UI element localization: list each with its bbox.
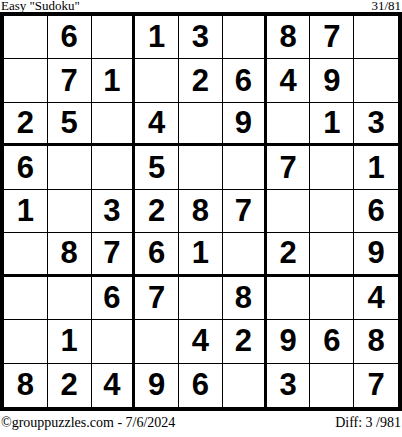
header: Easy "Sudoku" 31/81 bbox=[0, 0, 402, 12]
cell-r4c2[interactable] bbox=[48, 146, 92, 189]
cell-r6c9[interactable]: 9 bbox=[354, 233, 398, 276]
cell-r7c6[interactable]: 8 bbox=[223, 277, 267, 320]
cell-r8c8[interactable]: 6 bbox=[310, 320, 354, 363]
cell-r3c4[interactable]: 4 bbox=[135, 103, 179, 146]
cell-r3c1[interactable]: 2 bbox=[4, 103, 48, 146]
cell-r4c5[interactable] bbox=[179, 146, 223, 189]
cell-r3c7[interactable] bbox=[267, 103, 311, 146]
sudoku-grid: 6138771264925491365711328768761296784142… bbox=[0, 12, 402, 411]
cell-r6c8[interactable] bbox=[310, 233, 354, 276]
cell-r5c2[interactable] bbox=[48, 190, 92, 233]
cell-r2c5[interactable]: 2 bbox=[179, 59, 223, 102]
cell-r8c3[interactable] bbox=[92, 320, 136, 363]
cell-r7c3[interactable]: 6 bbox=[92, 277, 136, 320]
cell-r5c1[interactable]: 1 bbox=[4, 190, 48, 233]
cell-r8c7[interactable]: 9 bbox=[267, 320, 311, 363]
cell-r2c4[interactable] bbox=[135, 59, 179, 102]
cell-r9c4[interactable]: 9 bbox=[135, 364, 179, 407]
cell-r3c8[interactable]: 1 bbox=[310, 103, 354, 146]
cell-r8c9[interactable]: 8 bbox=[354, 320, 398, 363]
cell-r1c5[interactable]: 3 bbox=[179, 16, 223, 59]
cell-r4c9[interactable]: 1 bbox=[354, 146, 398, 189]
cell-r7c2[interactable] bbox=[48, 277, 92, 320]
cell-r8c4[interactable] bbox=[135, 320, 179, 363]
cell-r7c8[interactable] bbox=[310, 277, 354, 320]
cell-r6c2[interactable]: 8 bbox=[48, 233, 92, 276]
cell-r3c9[interactable]: 3 bbox=[354, 103, 398, 146]
copyright-text: ©grouppuzzles.com - 7/6/2024 bbox=[1, 415, 175, 431]
cell-r2c3[interactable]: 1 bbox=[92, 59, 136, 102]
cell-r6c6[interactable] bbox=[223, 233, 267, 276]
cell-r7c9[interactable]: 4 bbox=[354, 277, 398, 320]
cell-r8c1[interactable] bbox=[4, 320, 48, 363]
cell-r4c3[interactable] bbox=[92, 146, 136, 189]
cell-r6c5[interactable]: 1 bbox=[179, 233, 223, 276]
cell-r3c6[interactable]: 9 bbox=[223, 103, 267, 146]
cell-r7c7[interactable] bbox=[267, 277, 311, 320]
cell-r1c3[interactable] bbox=[92, 16, 136, 59]
cell-r1c1[interactable] bbox=[4, 16, 48, 59]
cell-r5c6[interactable]: 7 bbox=[223, 190, 267, 233]
cell-r5c4[interactable]: 2 bbox=[135, 190, 179, 233]
cell-r5c7[interactable] bbox=[267, 190, 311, 233]
puzzle-counter: 31/81 bbox=[371, 0, 401, 12]
cell-r3c3[interactable] bbox=[92, 103, 136, 146]
cell-r6c1[interactable] bbox=[4, 233, 48, 276]
cell-r2c9[interactable] bbox=[354, 59, 398, 102]
cell-r2c8[interactable]: 9 bbox=[310, 59, 354, 102]
cell-r2c2[interactable]: 7 bbox=[48, 59, 92, 102]
cell-r4c4[interactable]: 5 bbox=[135, 146, 179, 189]
cell-r8c5[interactable]: 4 bbox=[179, 320, 223, 363]
cell-r2c7[interactable]: 4 bbox=[267, 59, 311, 102]
cell-r6c4[interactable]: 6 bbox=[135, 233, 179, 276]
cell-r1c8[interactable]: 7 bbox=[310, 16, 354, 59]
cell-r9c5[interactable]: 6 bbox=[179, 364, 223, 407]
page: Easy "Sudoku" 31/81 61387712649254913657… bbox=[0, 0, 402, 437]
cell-r1c9[interactable] bbox=[354, 16, 398, 59]
cell-r1c2[interactable]: 6 bbox=[48, 16, 92, 59]
cell-r2c1[interactable] bbox=[4, 59, 48, 102]
cell-r8c6[interactable]: 2 bbox=[223, 320, 267, 363]
cell-r7c1[interactable] bbox=[4, 277, 48, 320]
cell-r1c7[interactable]: 8 bbox=[267, 16, 311, 59]
cell-r9c1[interactable]: 8 bbox=[4, 364, 48, 407]
cell-r4c6[interactable] bbox=[223, 146, 267, 189]
cell-r9c2[interactable]: 2 bbox=[48, 364, 92, 407]
footer: ©grouppuzzles.com - 7/6/2024 Diff: 3 /98… bbox=[0, 411, 402, 437]
cell-r9c3[interactable]: 4 bbox=[92, 364, 136, 407]
cell-r3c5[interactable] bbox=[179, 103, 223, 146]
cell-r6c7[interactable]: 2 bbox=[267, 233, 311, 276]
cell-r9c6[interactable] bbox=[223, 364, 267, 407]
cell-r2c6[interactable]: 6 bbox=[223, 59, 267, 102]
cell-r5c9[interactable]: 6 bbox=[354, 190, 398, 233]
cell-r9c7[interactable]: 3 bbox=[267, 364, 311, 407]
cell-r7c4[interactable]: 7 bbox=[135, 277, 179, 320]
page-title: Easy "Sudoku" bbox=[1, 0, 80, 12]
cell-r5c5[interactable]: 8 bbox=[179, 190, 223, 233]
cell-r4c1[interactable]: 6 bbox=[4, 146, 48, 189]
cell-r3c2[interactable]: 5 bbox=[48, 103, 92, 146]
cell-r6c3[interactable]: 7 bbox=[92, 233, 136, 276]
cell-r5c3[interactable]: 3 bbox=[92, 190, 136, 233]
cell-r7c5[interactable] bbox=[179, 277, 223, 320]
cell-r4c8[interactable] bbox=[310, 146, 354, 189]
cell-r8c2[interactable]: 1 bbox=[48, 320, 92, 363]
difficulty-text: Diff: 3 /981 bbox=[335, 415, 401, 431]
cell-r9c8[interactable] bbox=[310, 364, 354, 407]
cell-r1c4[interactable]: 1 bbox=[135, 16, 179, 59]
cell-r4c7[interactable]: 7 bbox=[267, 146, 311, 189]
cell-r9c9[interactable]: 7 bbox=[354, 364, 398, 407]
cell-r5c8[interactable] bbox=[310, 190, 354, 233]
cell-r1c6[interactable] bbox=[223, 16, 267, 59]
